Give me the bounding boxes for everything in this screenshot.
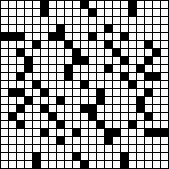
white-cell[interactable]: [17, 41, 24, 48]
white-cell[interactable]: [161, 145, 168, 152]
white-cell[interactable]: [97, 1, 104, 8]
white-cell[interactable]: [153, 89, 160, 96]
white-cell[interactable]: [129, 73, 136, 80]
white-cell[interactable]: [161, 17, 168, 24]
white-cell[interactable]: [33, 105, 40, 112]
white-cell[interactable]: [41, 49, 48, 56]
white-cell[interactable]: [89, 161, 96, 168]
white-cell[interactable]: [17, 25, 24, 32]
white-cell[interactable]: [137, 25, 144, 32]
white-cell[interactable]: [89, 137, 96, 144]
white-cell[interactable]: [1, 49, 8, 56]
white-cell[interactable]: [145, 161, 152, 168]
white-cell[interactable]: [137, 145, 144, 152]
white-cell[interactable]: [113, 25, 120, 32]
white-cell[interactable]: [17, 1, 24, 8]
white-cell[interactable]: [89, 153, 96, 160]
white-cell[interactable]: [89, 41, 96, 48]
white-cell[interactable]: [1, 81, 8, 88]
white-cell[interactable]: [129, 33, 136, 40]
white-cell[interactable]: [129, 145, 136, 152]
white-cell[interactable]: [121, 25, 128, 32]
white-cell[interactable]: [153, 65, 160, 72]
white-cell[interactable]: [81, 153, 88, 160]
white-cell[interactable]: [41, 25, 48, 32]
white-cell[interactable]: [105, 9, 112, 16]
white-cell[interactable]: [9, 153, 16, 160]
white-cell[interactable]: [25, 73, 32, 80]
white-cell[interactable]: [137, 161, 144, 168]
white-cell[interactable]: [1, 25, 8, 32]
white-cell[interactable]: [89, 121, 96, 128]
white-cell[interactable]: [17, 145, 24, 152]
white-cell[interactable]: [49, 145, 56, 152]
white-cell[interactable]: [145, 97, 152, 104]
white-cell[interactable]: [137, 57, 144, 64]
white-cell[interactable]: [161, 81, 168, 88]
white-cell[interactable]: [145, 105, 152, 112]
white-cell[interactable]: [41, 145, 48, 152]
white-cell[interactable]: [49, 9, 56, 16]
white-cell[interactable]: [65, 81, 72, 88]
white-cell[interactable]: [17, 137, 24, 144]
white-cell[interactable]: [73, 137, 80, 144]
white-cell[interactable]: [41, 137, 48, 144]
white-cell[interactable]: [121, 129, 128, 136]
white-cell[interactable]: [97, 153, 104, 160]
white-cell[interactable]: [113, 73, 120, 80]
white-cell[interactable]: [153, 41, 160, 48]
white-cell[interactable]: [145, 25, 152, 32]
white-cell[interactable]: [145, 49, 152, 56]
white-cell[interactable]: [25, 153, 32, 160]
white-cell[interactable]: [1, 145, 8, 152]
white-cell[interactable]: [81, 49, 88, 56]
white-cell[interactable]: [65, 17, 72, 24]
white-cell[interactable]: [121, 81, 128, 88]
white-cell[interactable]: [105, 105, 112, 112]
white-cell[interactable]: [57, 105, 64, 112]
white-cell[interactable]: [1, 121, 8, 128]
white-cell[interactable]: [153, 97, 160, 104]
white-cell[interactable]: [73, 145, 80, 152]
white-cell[interactable]: [161, 153, 168, 160]
white-cell[interactable]: [129, 97, 136, 104]
white-cell[interactable]: [105, 73, 112, 80]
white-cell[interactable]: [121, 113, 128, 120]
white-cell[interactable]: [57, 17, 64, 24]
white-cell[interactable]: [41, 113, 48, 120]
white-cell[interactable]: [9, 81, 16, 88]
white-cell[interactable]: [41, 57, 48, 64]
white-cell[interactable]: [113, 65, 120, 72]
white-cell[interactable]: [1, 105, 8, 112]
white-cell[interactable]: [97, 145, 104, 152]
white-cell[interactable]: [121, 105, 128, 112]
white-cell[interactable]: [9, 161, 16, 168]
white-cell[interactable]: [57, 129, 64, 136]
white-cell[interactable]: [105, 153, 112, 160]
white-cell[interactable]: [9, 41, 16, 48]
white-cell[interactable]: [145, 65, 152, 72]
white-cell[interactable]: [89, 17, 96, 24]
white-cell[interactable]: [17, 97, 24, 104]
white-cell[interactable]: [49, 1, 56, 8]
white-cell[interactable]: [73, 81, 80, 88]
white-cell[interactable]: [97, 49, 104, 56]
white-cell[interactable]: [89, 145, 96, 152]
white-cell[interactable]: [49, 97, 56, 104]
white-cell[interactable]: [113, 17, 120, 24]
white-cell[interactable]: [73, 65, 80, 72]
white-cell[interactable]: [161, 9, 168, 16]
white-cell[interactable]: [137, 81, 144, 88]
white-cell[interactable]: [33, 57, 40, 64]
white-cell[interactable]: [49, 57, 56, 64]
white-cell[interactable]: [25, 105, 32, 112]
white-cell[interactable]: [153, 121, 160, 128]
white-cell[interactable]: [65, 137, 72, 144]
white-cell[interactable]: [105, 33, 112, 40]
white-cell[interactable]: [73, 33, 80, 40]
white-cell[interactable]: [65, 129, 72, 136]
white-cell[interactable]: [161, 121, 168, 128]
white-cell[interactable]: [73, 121, 80, 128]
white-cell[interactable]: [89, 97, 96, 104]
white-cell[interactable]: [73, 41, 80, 48]
white-cell[interactable]: [25, 121, 32, 128]
white-cell[interactable]: [89, 1, 96, 8]
white-cell[interactable]: [57, 1, 64, 8]
white-cell[interactable]: [137, 33, 144, 40]
white-cell[interactable]: [153, 105, 160, 112]
white-cell[interactable]: [49, 65, 56, 72]
white-cell[interactable]: [97, 73, 104, 80]
white-cell[interactable]: [65, 145, 72, 152]
white-cell[interactable]: [137, 153, 144, 160]
white-cell[interactable]: [73, 25, 80, 32]
white-cell[interactable]: [57, 161, 64, 168]
white-cell[interactable]: [25, 49, 32, 56]
white-cell[interactable]: [57, 9, 64, 16]
white-cell[interactable]: [137, 89, 144, 96]
white-cell[interactable]: [97, 81, 104, 88]
white-cell[interactable]: [1, 137, 8, 144]
white-cell[interactable]: [161, 161, 168, 168]
white-cell[interactable]: [1, 65, 8, 72]
white-cell[interactable]: [81, 97, 88, 104]
white-cell[interactable]: [161, 73, 168, 80]
white-cell[interactable]: [113, 137, 120, 144]
white-cell[interactable]: [65, 49, 72, 56]
white-cell[interactable]: [137, 41, 144, 48]
white-cell[interactable]: [9, 121, 16, 128]
white-cell[interactable]: [113, 97, 120, 104]
white-cell[interactable]: [9, 9, 16, 16]
white-cell[interactable]: [57, 153, 64, 160]
white-cell[interactable]: [57, 145, 64, 152]
white-cell[interactable]: [81, 17, 88, 24]
white-cell[interactable]: [137, 9, 144, 16]
white-cell[interactable]: [89, 65, 96, 72]
white-cell[interactable]: [113, 57, 120, 64]
white-cell[interactable]: [65, 9, 72, 16]
white-cell[interactable]: [1, 1, 8, 8]
white-cell[interactable]: [81, 137, 88, 144]
white-cell[interactable]: [33, 145, 40, 152]
white-cell[interactable]: [121, 89, 128, 96]
white-cell[interactable]: [153, 17, 160, 24]
white-cell[interactable]: [113, 9, 120, 16]
white-cell[interactable]: [73, 161, 80, 168]
white-cell[interactable]: [161, 113, 168, 120]
white-cell[interactable]: [65, 105, 72, 112]
white-cell[interactable]: [65, 57, 72, 64]
white-cell[interactable]: [65, 161, 72, 168]
white-cell[interactable]: [33, 1, 40, 8]
white-cell[interactable]: [113, 161, 120, 168]
white-cell[interactable]: [161, 25, 168, 32]
white-cell[interactable]: [1, 57, 8, 64]
white-cell[interactable]: [145, 1, 152, 8]
white-cell[interactable]: [17, 9, 24, 16]
white-cell[interactable]: [145, 9, 152, 16]
white-cell[interactable]: [65, 97, 72, 104]
white-cell[interactable]: [41, 153, 48, 160]
white-cell[interactable]: [25, 137, 32, 144]
white-cell[interactable]: [49, 49, 56, 56]
white-cell[interactable]: [137, 113, 144, 120]
white-cell[interactable]: [81, 33, 88, 40]
white-cell[interactable]: [113, 81, 120, 88]
white-cell[interactable]: [121, 145, 128, 152]
white-cell[interactable]: [9, 57, 16, 64]
white-cell[interactable]: [129, 105, 136, 112]
white-cell[interactable]: [153, 81, 160, 88]
white-cell[interactable]: [145, 137, 152, 144]
white-cell[interactable]: [57, 73, 64, 80]
white-cell[interactable]: [161, 1, 168, 8]
white-cell[interactable]: [49, 81, 56, 88]
white-cell[interactable]: [41, 97, 48, 104]
white-cell[interactable]: [137, 129, 144, 136]
white-cell[interactable]: [89, 73, 96, 80]
white-cell[interactable]: [137, 17, 144, 24]
white-cell[interactable]: [137, 121, 144, 128]
white-cell[interactable]: [145, 81, 152, 88]
white-cell[interactable]: [113, 41, 120, 48]
white-cell[interactable]: [73, 1, 80, 8]
white-cell[interactable]: [105, 49, 112, 56]
white-cell[interactable]: [17, 161, 24, 168]
white-cell[interactable]: [137, 73, 144, 80]
white-cell[interactable]: [9, 145, 16, 152]
white-cell[interactable]: [17, 17, 24, 24]
white-cell[interactable]: [145, 121, 152, 128]
white-cell[interactable]: [25, 33, 32, 40]
white-cell[interactable]: [81, 25, 88, 32]
white-cell[interactable]: [81, 65, 88, 72]
white-cell[interactable]: [81, 41, 88, 48]
white-cell[interactable]: [57, 89, 64, 96]
white-cell[interactable]: [9, 25, 16, 32]
white-cell[interactable]: [49, 153, 56, 160]
white-cell[interactable]: [25, 1, 32, 8]
white-cell[interactable]: [105, 97, 112, 104]
white-cell[interactable]: [97, 25, 104, 32]
white-cell[interactable]: [49, 137, 56, 144]
white-cell[interactable]: [153, 57, 160, 64]
white-cell[interactable]: [1, 129, 8, 136]
white-cell[interactable]: [153, 145, 160, 152]
white-cell[interactable]: [9, 129, 16, 136]
white-cell[interactable]: [41, 73, 48, 80]
white-cell[interactable]: [9, 137, 16, 144]
white-cell[interactable]: [129, 137, 136, 144]
white-cell[interactable]: [57, 65, 64, 72]
white-cell[interactable]: [25, 161, 32, 168]
white-cell[interactable]: [129, 161, 136, 168]
white-cell[interactable]: [97, 161, 104, 168]
white-cell[interactable]: [65, 89, 72, 96]
white-cell[interactable]: [97, 113, 104, 120]
white-cell[interactable]: [17, 129, 24, 136]
white-cell[interactable]: [9, 65, 16, 72]
white-cell[interactable]: [153, 137, 160, 144]
white-cell[interactable]: [1, 153, 8, 160]
white-cell[interactable]: [97, 9, 104, 16]
white-cell[interactable]: [33, 137, 40, 144]
white-cell[interactable]: [97, 41, 104, 48]
white-cell[interactable]: [81, 129, 88, 136]
white-cell[interactable]: [73, 73, 80, 80]
white-cell[interactable]: [89, 81, 96, 88]
white-cell[interactable]: [113, 1, 120, 8]
white-cell[interactable]: [161, 57, 168, 64]
white-cell[interactable]: [153, 25, 160, 32]
white-cell[interactable]: [105, 89, 112, 96]
white-cell[interactable]: [33, 97, 40, 104]
white-cell[interactable]: [9, 1, 16, 8]
white-cell[interactable]: [41, 121, 48, 128]
white-cell[interactable]: [73, 9, 80, 16]
white-cell[interactable]: [65, 121, 72, 128]
white-cell[interactable]: [1, 73, 8, 80]
white-cell[interactable]: [9, 73, 16, 80]
white-cell[interactable]: [153, 33, 160, 40]
white-cell[interactable]: [121, 137, 128, 144]
white-cell[interactable]: [25, 9, 32, 16]
white-cell[interactable]: [1, 17, 8, 24]
white-cell[interactable]: [121, 65, 128, 72]
white-cell[interactable]: [33, 33, 40, 40]
white-cell[interactable]: [89, 89, 96, 96]
white-cell[interactable]: [161, 65, 168, 72]
white-cell[interactable]: [49, 121, 56, 128]
white-cell[interactable]: [105, 113, 112, 120]
white-cell[interactable]: [49, 17, 56, 24]
white-cell[interactable]: [25, 89, 32, 96]
white-cell[interactable]: [41, 161, 48, 168]
white-cell[interactable]: [113, 145, 120, 152]
white-cell[interactable]: [1, 113, 8, 120]
white-cell[interactable]: [153, 161, 160, 168]
white-cell[interactable]: [145, 145, 152, 152]
white-cell[interactable]: [121, 97, 128, 104]
white-cell[interactable]: [145, 153, 152, 160]
white-cell[interactable]: [129, 89, 136, 96]
white-cell[interactable]: [105, 57, 112, 64]
white-cell[interactable]: [137, 1, 144, 8]
white-cell[interactable]: [1, 9, 8, 16]
white-cell[interactable]: [65, 113, 72, 120]
white-cell[interactable]: [1, 161, 8, 168]
white-cell[interactable]: [121, 17, 128, 24]
white-cell[interactable]: [145, 33, 152, 40]
white-cell[interactable]: [9, 97, 16, 104]
white-cell[interactable]: [25, 25, 32, 32]
white-cell[interactable]: [49, 161, 56, 168]
white-cell[interactable]: [65, 33, 72, 40]
white-cell[interactable]: [121, 1, 128, 8]
white-cell[interactable]: [49, 89, 56, 96]
white-cell[interactable]: [81, 145, 88, 152]
white-cell[interactable]: [129, 57, 136, 64]
white-cell[interactable]: [89, 49, 96, 56]
white-cell[interactable]: [1, 41, 8, 48]
white-cell[interactable]: [97, 65, 104, 72]
white-cell[interactable]: [161, 33, 168, 40]
white-cell[interactable]: [9, 105, 16, 112]
white-cell[interactable]: [113, 121, 120, 128]
white-cell[interactable]: [33, 9, 40, 16]
white-cell[interactable]: [161, 105, 168, 112]
white-cell[interactable]: [97, 57, 104, 64]
white-cell[interactable]: [25, 17, 32, 24]
white-cell[interactable]: [49, 105, 56, 112]
white-cell[interactable]: [33, 17, 40, 24]
white-cell[interactable]: [129, 113, 136, 120]
white-cell[interactable]: [33, 49, 40, 56]
white-cell[interactable]: [73, 113, 80, 120]
white-cell[interactable]: [81, 73, 88, 80]
white-cell[interactable]: [49, 41, 56, 48]
white-cell[interactable]: [33, 113, 40, 120]
white-cell[interactable]: [113, 105, 120, 112]
white-cell[interactable]: [161, 89, 168, 96]
white-cell[interactable]: [129, 17, 136, 24]
white-cell[interactable]: [129, 49, 136, 56]
white-cell[interactable]: [41, 17, 48, 24]
white-cell[interactable]: [57, 57, 64, 64]
white-cell[interactable]: [41, 41, 48, 48]
white-cell[interactable]: [161, 97, 168, 104]
white-cell[interactable]: [25, 81, 32, 88]
white-cell[interactable]: [17, 81, 24, 88]
white-cell[interactable]: [41, 81, 48, 88]
white-cell[interactable]: [73, 17, 80, 24]
white-cell[interactable]: [57, 41, 64, 48]
white-cell[interactable]: [49, 25, 56, 32]
white-cell[interactable]: [153, 153, 160, 160]
white-cell[interactable]: [105, 161, 112, 168]
white-cell[interactable]: [65, 25, 72, 32]
white-cell[interactable]: [153, 113, 160, 120]
white-cell[interactable]: [153, 9, 160, 16]
white-cell[interactable]: [97, 129, 104, 136]
white-cell[interactable]: [25, 129, 32, 136]
white-cell[interactable]: [97, 33, 104, 40]
